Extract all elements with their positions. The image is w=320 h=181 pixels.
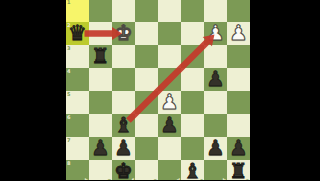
square-a3[interactable] [227,45,250,68]
black-bishop-c8[interactable]: ♝ [181,160,204,180]
black-pawn-b4[interactable]: ♟ [204,68,227,91]
square-d7[interactable] [158,137,181,160]
file-label-b: b [222,178,226,181]
square-c1[interactable] [181,0,204,22]
square-b8[interactable]: b [204,160,227,180]
square-c3[interactable] [181,45,204,68]
square-d8[interactable]: d [158,160,181,180]
black-pawn-f7[interactable]: ♟ [112,137,135,160]
square-d2[interactable] [158,22,181,45]
square-e2[interactable] [135,22,158,45]
square-g1[interactable] [89,0,112,22]
letterbox-left [0,0,66,180]
file-label-h: h [84,178,88,181]
square-a4[interactable] [227,68,250,91]
white-king-f2[interactable]: ♚ [112,22,135,45]
square-g2[interactable] [89,22,112,45]
letterbox-right [250,0,320,180]
square-a1[interactable] [227,0,250,22]
black-king-f8[interactable]: ♚ [112,160,135,180]
black-pawn-g7[interactable]: ♟ [89,137,112,160]
file-label-d: d [176,178,180,181]
square-f5[interactable] [112,91,135,114]
square-e4[interactable] [135,68,158,91]
square-h7[interactable]: 7 [66,137,89,160]
square-a5[interactable] [227,91,250,114]
square-d3[interactable] [158,45,181,68]
square-a6[interactable] [227,114,250,137]
square-e3[interactable] [135,45,158,68]
rank-label-8: 8 [67,161,70,166]
square-h6[interactable]: 6 [66,114,89,137]
rank-label-7: 7 [67,138,70,143]
square-c5[interactable] [181,91,204,114]
black-bishop-f6[interactable]: ♝ [112,114,135,137]
square-g8[interactable]: g [89,160,112,180]
white-pawn-d5[interactable]: ♟ [158,91,181,114]
square-h3[interactable]: 3 [66,45,89,68]
rank-label-5: 5 [67,92,70,97]
white-pawn-b2[interactable]: ♟ [204,22,227,45]
square-f3[interactable] [112,45,135,68]
square-f4[interactable] [112,68,135,91]
black-queen-h2[interactable]: ♛ [66,22,89,45]
square-b3[interactable] [204,45,227,68]
square-h4[interactable]: 4 [66,68,89,91]
black-rook-g3[interactable]: ♜ [89,45,112,68]
square-d4[interactable] [158,68,181,91]
square-e8[interactable]: e [135,160,158,180]
rank-label-1: 1 [67,0,70,5]
square-e6[interactable] [135,114,158,137]
square-e7[interactable] [135,137,158,160]
white-pawn-a2[interactable]: ♟ [227,22,250,45]
black-pawn-b7[interactable]: ♟ [204,137,227,160]
square-e1[interactable] [135,0,158,22]
black-rook-a8[interactable]: ♜ [227,160,250,180]
square-b1[interactable] [204,0,227,22]
file-label-g: g [107,178,111,181]
square-d1[interactable] [158,0,181,22]
square-c4[interactable] [181,68,204,91]
square-c6[interactable] [181,114,204,137]
video-frame: 12345678hgfedcba♛♚♟♟♜♟♟♝♟♟♟♟♟♚♝♜ [0,0,320,180]
chess-board[interactable]: 12345678hgfedcba♛♚♟♟♜♟♟♝♟♟♟♟♟♚♝♜ [66,0,250,180]
rank-label-4: 4 [67,69,70,74]
square-g6[interactable] [89,114,112,137]
rank-label-3: 3 [67,46,70,51]
square-f1[interactable] [112,0,135,22]
square-g5[interactable] [89,91,112,114]
black-pawn-a7[interactable]: ♟ [227,137,250,160]
black-pawn-d6[interactable]: ♟ [158,114,181,137]
square-h5[interactable]: 5 [66,91,89,114]
square-b5[interactable] [204,91,227,114]
square-h8[interactable]: 8h [66,160,89,180]
file-label-e: e [154,178,157,181]
square-e5[interactable] [135,91,158,114]
square-g4[interactable] [89,68,112,91]
square-c7[interactable] [181,137,204,160]
square-b6[interactable] [204,114,227,137]
rank-label-6: 6 [67,115,70,120]
square-c2[interactable] [181,22,204,45]
square-h1[interactable]: 1 [66,0,89,22]
